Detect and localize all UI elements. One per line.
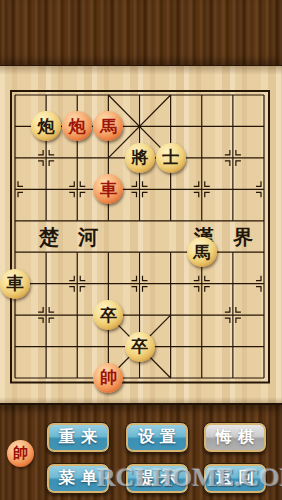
piece-black-chariot[interactable]: 車	[0, 269, 30, 299]
settings-button[interactable]: 设置	[125, 422, 189, 453]
back-button[interactable]: 返回	[203, 463, 267, 494]
hint-button[interactable]: 提示	[125, 463, 189, 494]
red-general-turn-indicator-icon: 帥	[7, 440, 34, 467]
piece-black-general[interactable]: 將	[125, 143, 155, 173]
restart-button[interactable]: 重来	[46, 422, 110, 453]
undo-button[interactable]: 悔棋	[203, 422, 267, 453]
piece-black-horse[interactable]: 馬	[187, 237, 217, 267]
river-label-chu-he: 楚 河	[39, 224, 105, 251]
menu-button[interactable]: 菜单	[46, 463, 110, 494]
piece-black-soldier[interactable]: 卒	[125, 332, 155, 362]
piece-black-advisor[interactable]: 士	[156, 143, 186, 173]
